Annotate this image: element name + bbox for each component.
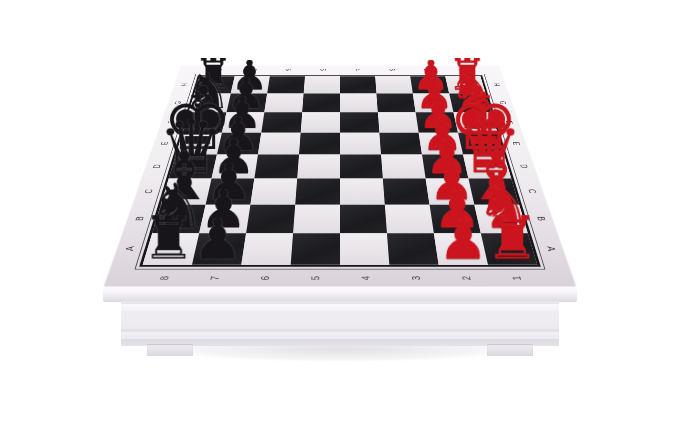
square-d4 <box>340 155 383 179</box>
coordinate-label-7: 7 <box>245 62 262 78</box>
square-a4 <box>340 233 389 265</box>
square-d6 <box>254 155 299 179</box>
square-h3 <box>375 76 413 93</box>
coordinate-label-6: 6 <box>280 62 295 78</box>
coordinate-label-G: G <box>157 99 197 107</box>
square-b5 <box>293 205 340 234</box>
rank-labels-near: 87654321 <box>136 271 543 286</box>
square-b4 <box>340 205 387 234</box>
coordinate-label-3: 3 <box>384 62 399 78</box>
square-d5 <box>297 155 340 179</box>
coordinate-label-E: E <box>142 139 185 148</box>
square-f6 <box>261 112 302 132</box>
square-a3 <box>387 233 439 265</box>
square-e5 <box>299 133 340 155</box>
board-slab-edge <box>103 287 577 302</box>
coordinate-label-H: H <box>478 81 516 89</box>
chess-set-photo: 87654321 87654321 HGFEDCBA HGFEDCBA ♜♟♟♜… <box>0 0 680 425</box>
square-b3 <box>385 205 434 234</box>
square-d3 <box>381 155 426 179</box>
square-e3 <box>379 133 422 155</box>
square-h5 <box>304 76 340 93</box>
square-e4 <box>340 133 381 155</box>
square-g3 <box>376 94 415 113</box>
square-c5 <box>295 179 340 205</box>
coordinate-label-A: A <box>102 242 155 256</box>
coordinate-label-5: 5 <box>315 62 329 78</box>
square-f3 <box>378 112 419 132</box>
chess-board: 87654321 87654321 HGFEDCBA HGFEDCBA ♜♟♟♜… <box>103 66 577 287</box>
plinth-foot-left <box>147 344 193 356</box>
coordinate-label-B: B <box>517 213 567 225</box>
square-a7: ♟ <box>192 233 246 265</box>
coordinate-label-E: E <box>495 139 538 148</box>
coordinate-label-C: C <box>124 186 172 197</box>
coordinate-label-D: D <box>133 161 178 171</box>
coordinate-label-A: A <box>525 242 578 256</box>
square-a5 <box>291 233 340 265</box>
square-c4 <box>340 179 385 205</box>
piece-red-pawn-a2: ♟ <box>438 218 488 262</box>
coordinate-label-4: 4 <box>350 62 364 78</box>
coordinate-label-H: H <box>164 81 202 89</box>
square-h6 <box>267 76 305 93</box>
square-b6 <box>246 205 295 234</box>
board-squares: ♜♟♟♜♞♟♟♞♝♟♟♝♚♟♟♚♛♟♟♛♝♟♟♝♞♟♟♞♜♟♟♜ <box>139 75 541 267</box>
coordinate-label-D: D <box>502 161 547 171</box>
coordinate-label-F: F <box>150 118 191 127</box>
square-a2: ♟ <box>434 233 488 265</box>
square-e6 <box>258 133 301 155</box>
square-g6 <box>264 94 303 113</box>
square-f5 <box>301 112 340 132</box>
coordinate-label-B: B <box>113 213 163 225</box>
square-f4 <box>340 112 379 132</box>
square-a6 <box>241 233 293 265</box>
square-c3 <box>383 179 430 205</box>
square-c6 <box>250 179 297 205</box>
coordinate-label-C: C <box>509 186 557 197</box>
plinth-foot-right <box>487 344 533 356</box>
board-plinth <box>121 301 559 346</box>
piece-black-pawn-a7: ♟ <box>192 218 242 262</box>
coordinate-label-3: 3 <box>403 261 429 296</box>
square-g4 <box>340 94 378 113</box>
coordinate-label-6: 6 <box>251 261 277 296</box>
square-g5 <box>302 94 340 113</box>
coordinate-label-G: G <box>483 99 523 107</box>
square-h4 <box>340 76 376 93</box>
coordinate-label-5: 5 <box>303 261 326 296</box>
coordinate-label-4: 4 <box>354 261 377 296</box>
coordinate-label-F: F <box>489 118 530 127</box>
